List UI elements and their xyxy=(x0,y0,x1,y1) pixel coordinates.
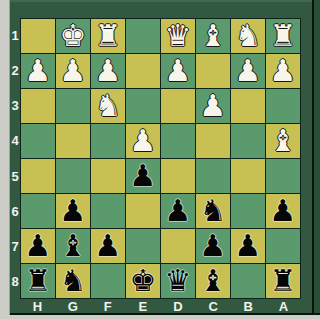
file-label-c: C xyxy=(196,299,231,314)
square-b8 xyxy=(231,264,265,298)
square-a8: ♜ xyxy=(266,264,300,298)
rank-label-5: 5 xyxy=(10,159,20,194)
square-b7: ♟ xyxy=(231,229,265,263)
piece-white-queen: ♛ xyxy=(165,19,192,53)
file-label-e: E xyxy=(125,299,160,314)
square-b3 xyxy=(231,89,265,123)
piece-black-bishop: ♝ xyxy=(60,229,87,263)
panel-bevel-right xyxy=(314,0,320,315)
file-label-a: A xyxy=(266,299,301,314)
square-a7 xyxy=(266,229,300,263)
square-g1: ♚ xyxy=(56,19,90,53)
square-c3: ♟ xyxy=(196,89,230,123)
square-h4 xyxy=(21,124,55,158)
square-b5 xyxy=(231,159,265,193)
piece-white-rook: ♜ xyxy=(95,19,122,53)
piece-white-bishop: ♝ xyxy=(200,19,227,53)
piece-black-pawn: ♟ xyxy=(235,229,262,263)
square-h1 xyxy=(21,19,55,53)
piece-white-pawn: ♟ xyxy=(235,54,262,88)
square-c5 xyxy=(196,159,230,193)
piece-white-knight: ♞ xyxy=(235,19,262,53)
square-h2: ♟ xyxy=(21,54,55,88)
piece-black-knight: ♞ xyxy=(60,264,87,298)
piece-black-rook: ♜ xyxy=(25,264,52,298)
page-margin-bottom xyxy=(0,315,320,319)
square-b2: ♟ xyxy=(231,54,265,88)
file-labels: HGFEDCBA xyxy=(20,299,301,314)
square-e1 xyxy=(126,19,160,53)
square-h7: ♟ xyxy=(21,229,55,263)
square-b1: ♞ xyxy=(231,19,265,53)
piece-white-rook: ♜ xyxy=(270,19,297,53)
square-d1: ♛ xyxy=(161,19,195,53)
square-a4: ♝ xyxy=(266,124,300,158)
square-h5 xyxy=(21,159,55,193)
square-f3: ♞ xyxy=(91,89,125,123)
rank-label-6: 6 xyxy=(10,194,20,229)
square-d7 xyxy=(161,229,195,263)
square-e6 xyxy=(126,194,160,228)
square-g7: ♝ xyxy=(56,229,90,263)
rank-label-8: 8 xyxy=(10,264,20,299)
piece-white-bishop: ♝ xyxy=(270,124,297,158)
piece-white-pawn: ♟ xyxy=(60,54,87,88)
square-e2 xyxy=(126,54,160,88)
chess-diagram-screenshot: 12345678 ♚♜♛♝♞♜♟♟♟♟♟♟♞♟♟♝♟♟♟♞♟♟♝♟♟♟♜♞♚♛♝… xyxy=(0,0,320,319)
square-b4 xyxy=(231,124,265,158)
rank-labels: 12345678 xyxy=(10,18,20,299)
square-f2: ♟ xyxy=(91,54,125,88)
file-label-f: F xyxy=(90,299,125,314)
piece-black-bishop: ♝ xyxy=(200,264,227,298)
piece-black-pawn: ♟ xyxy=(25,229,52,263)
square-f6 xyxy=(91,194,125,228)
piece-black-pawn: ♟ xyxy=(165,194,192,228)
square-a2: ♟ xyxy=(266,54,300,88)
board-panel: 12345678 ♚♜♛♝♞♜♟♟♟♟♟♟♞♟♟♝♟♟♟♞♟♟♝♟♟♟♜♞♚♛♝… xyxy=(10,0,320,315)
square-h3 xyxy=(21,89,55,123)
panel-edge-line-vertical xyxy=(312,0,314,315)
piece-black-pawn: ♟ xyxy=(95,229,122,263)
square-e3 xyxy=(126,89,160,123)
rank-label-4: 4 xyxy=(10,123,20,158)
rank-label-1: 1 xyxy=(10,18,20,53)
file-label-d: D xyxy=(161,299,196,314)
square-f1: ♜ xyxy=(91,19,125,53)
piece-white-knight: ♞ xyxy=(95,89,122,123)
square-e8: ♚ xyxy=(126,264,160,298)
square-d5 xyxy=(161,159,195,193)
panel-bevel-top xyxy=(10,0,320,2)
square-a6: ♟ xyxy=(266,194,300,228)
square-e5: ♟ xyxy=(126,159,160,193)
square-c6: ♞ xyxy=(196,194,230,228)
square-h6 xyxy=(21,194,55,228)
square-g4 xyxy=(56,124,90,158)
square-e4: ♟ xyxy=(126,124,160,158)
square-c4 xyxy=(196,124,230,158)
square-g6: ♟ xyxy=(56,194,90,228)
square-b6 xyxy=(231,194,265,228)
square-f4 xyxy=(91,124,125,158)
rank-label-3: 3 xyxy=(10,88,20,123)
square-g8: ♞ xyxy=(56,264,90,298)
piece-white-pawn: ♟ xyxy=(165,54,192,88)
square-g2: ♟ xyxy=(56,54,90,88)
piece-white-king: ♚ xyxy=(60,19,87,53)
square-e7 xyxy=(126,229,160,263)
square-f7: ♟ xyxy=(91,229,125,263)
piece-white-pawn: ♟ xyxy=(130,124,157,158)
square-g3 xyxy=(56,89,90,123)
square-f8 xyxy=(91,264,125,298)
file-label-b: B xyxy=(231,299,266,314)
square-d8: ♛ xyxy=(161,264,195,298)
square-h8: ♜ xyxy=(21,264,55,298)
piece-black-pawn: ♟ xyxy=(60,194,87,228)
rank-label-2: 2 xyxy=(10,53,20,88)
piece-black-pawn: ♟ xyxy=(270,194,297,228)
rank-label-7: 7 xyxy=(10,229,20,264)
file-label-h: H xyxy=(20,299,55,314)
file-label-g: G xyxy=(55,299,90,314)
square-g5 xyxy=(56,159,90,193)
chess-board: ♚♜♛♝♞♜♟♟♟♟♟♟♞♟♟♝♟♟♟♞♟♟♝♟♟♟♜♞♚♛♝♜ xyxy=(20,18,301,299)
piece-black-queen: ♛ xyxy=(165,264,192,298)
piece-white-pawn: ♟ xyxy=(270,54,297,88)
square-c1: ♝ xyxy=(196,19,230,53)
piece-black-knight: ♞ xyxy=(200,194,227,228)
piece-black-king: ♚ xyxy=(130,264,157,298)
square-c8: ♝ xyxy=(196,264,230,298)
square-f5 xyxy=(91,159,125,193)
piece-white-pawn: ♟ xyxy=(25,54,52,88)
square-d3 xyxy=(161,89,195,123)
square-d6: ♟ xyxy=(161,194,195,228)
page-margin-left xyxy=(0,0,10,319)
square-d2: ♟ xyxy=(161,54,195,88)
piece-black-rook: ♜ xyxy=(270,264,297,298)
square-c2 xyxy=(196,54,230,88)
square-c7: ♟ xyxy=(196,229,230,263)
square-a5 xyxy=(266,159,300,193)
piece-white-pawn: ♟ xyxy=(95,54,122,88)
square-a3 xyxy=(266,89,300,123)
square-d4 xyxy=(161,124,195,158)
square-a1: ♜ xyxy=(266,19,300,53)
piece-white-pawn: ♟ xyxy=(200,89,227,123)
piece-black-pawn: ♟ xyxy=(200,229,227,263)
piece-black-pawn: ♟ xyxy=(130,159,157,193)
